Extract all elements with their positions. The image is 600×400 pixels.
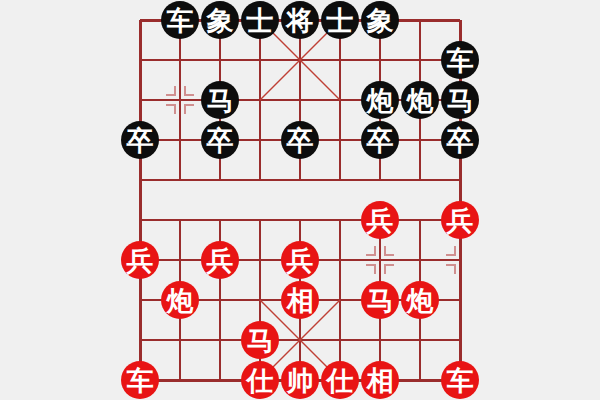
piece-red-advisor[interactable]: 仕 xyxy=(321,361,359,399)
piece-black-soldier[interactable]: 卒 xyxy=(201,121,239,159)
piece-red-soldier[interactable]: 兵 xyxy=(441,201,479,239)
piece-black-chariot[interactable]: 车 xyxy=(441,41,479,79)
piece-black-elephant[interactable]: 象 xyxy=(201,1,239,39)
piece-black-general[interactable]: 将 xyxy=(281,1,319,39)
piece-black-elephant[interactable]: 象 xyxy=(361,1,399,39)
piece-red-advisor[interactable]: 仕 xyxy=(241,361,279,399)
piece-black-cannon[interactable]: 炮 xyxy=(361,81,399,119)
piece-black-cannon[interactable]: 炮 xyxy=(401,81,439,119)
board-grid xyxy=(0,0,600,400)
piece-black-horse[interactable]: 马 xyxy=(441,81,479,119)
piece-red-elephant[interactable]: 相 xyxy=(361,361,399,399)
piece-red-cannon[interactable]: 炮 xyxy=(401,281,439,319)
piece-red-horse[interactable]: 马 xyxy=(241,321,279,359)
piece-red-soldier[interactable]: 兵 xyxy=(121,241,159,279)
piece-black-horse[interactable]: 马 xyxy=(201,81,239,119)
piece-red-chariot[interactable]: 车 xyxy=(441,361,479,399)
piece-red-elephant[interactable]: 相 xyxy=(281,281,319,319)
piece-black-soldier[interactable]: 卒 xyxy=(121,121,159,159)
piece-black-advisor[interactable]: 士 xyxy=(321,1,359,39)
piece-red-horse[interactable]: 马 xyxy=(361,281,399,319)
piece-red-general[interactable]: 帅 xyxy=(281,361,319,399)
piece-red-chariot[interactable]: 车 xyxy=(121,361,159,399)
xiangqi-board[interactable]: 车象士将士象车马炮炮马卒卒卒卒卒兵兵兵兵兵炮相马炮马车仕帅仕相车 xyxy=(0,0,600,400)
piece-black-soldier[interactable]: 卒 xyxy=(281,121,319,159)
piece-red-soldier[interactable]: 兵 xyxy=(281,241,319,279)
piece-black-advisor[interactable]: 士 xyxy=(241,1,279,39)
piece-black-chariot[interactable]: 车 xyxy=(161,1,199,39)
piece-red-soldier[interactable]: 兵 xyxy=(361,201,399,239)
piece-black-soldier[interactable]: 卒 xyxy=(361,121,399,159)
piece-red-soldier[interactable]: 兵 xyxy=(201,241,239,279)
piece-red-cannon[interactable]: 炮 xyxy=(161,281,199,319)
piece-black-soldier[interactable]: 卒 xyxy=(441,121,479,159)
